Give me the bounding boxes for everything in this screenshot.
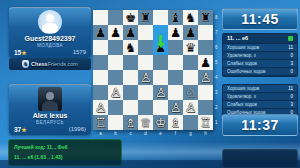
- clock-bottom: 11:37: [222, 114, 298, 136]
- player-rating-top: 1579: [73, 49, 86, 55]
- square-e1[interactable]: ♔: [153, 115, 168, 130]
- piece-bq-g6[interactable]: ♛: [185, 40, 196, 55]
- piece-bp-f7[interactable]: ♟: [170, 25, 181, 40]
- piece-bk-c8[interactable]: ♚: [125, 10, 136, 25]
- stat-value: 11: [288, 45, 293, 50]
- square-d8[interactable]: ♜: [138, 10, 153, 25]
- piece-wp-g2[interactable]: ♙: [185, 100, 196, 115]
- square-g5[interactable]: [183, 55, 198, 70]
- piece-bp-g7[interactable]: ♟: [185, 25, 196, 40]
- stat-row: Хороших ходов11: [223, 44, 297, 52]
- clock-top: 11:45: [222, 8, 298, 30]
- rank-label-5: 5: [215, 55, 221, 70]
- stat-row: Хороших ходов11: [223, 85, 297, 93]
- stat-label: Ошибочных ходов: [227, 69, 265, 74]
- move-stats-panel-top: 11. ... e6 Хороших ходов11Удовлетвор. х0…: [222, 33, 298, 77]
- best-move-line: Лучший ход: 11... Фе6: [14, 144, 67, 150]
- square-e6[interactable]: ♟: [153, 40, 168, 55]
- file-label-g: g: [183, 130, 198, 137]
- rank-labels: 87654321: [215, 10, 221, 130]
- square-e4[interactable]: [153, 70, 168, 85]
- square-a1[interactable]: ♖: [93, 115, 108, 130]
- square-c5[interactable]: [123, 55, 138, 70]
- stat-label: Хороших ходов: [227, 86, 259, 91]
- shield-knight-icon: ♞: [22, 60, 29, 68]
- stat-value: 3: [290, 61, 293, 66]
- square-a8[interactable]: [93, 10, 108, 25]
- player-rating-bottom: (1996): [69, 126, 86, 132]
- square-g1[interactable]: [183, 115, 198, 130]
- piece-bb-f8[interactable]: ♝: [170, 10, 181, 25]
- square-a5[interactable]: [93, 55, 108, 70]
- stat-row: Удовлетвор. х0: [223, 52, 297, 60]
- square-c8[interactable]: ♚: [123, 10, 138, 25]
- piece-bp-b7[interactable]: ♟: [110, 25, 121, 40]
- avatar-bottom[interactable]: [38, 87, 62, 111]
- piece-wn-g3[interactable]: ♘: [185, 85, 196, 100]
- square-a7[interactable]: ♟: [93, 25, 108, 40]
- move-quality-indicator-icon: [288, 36, 293, 41]
- stat-label: Удовлетвор. х: [227, 94, 256, 99]
- stat-row: Ошибочных ходов0: [223, 68, 297, 76]
- piece-br-d8[interactable]: ♜: [140, 10, 151, 25]
- square-h4[interactable]: ♙: [198, 70, 213, 85]
- square-g6[interactable]: ♛: [183, 40, 198, 55]
- move-stats-panel-bottom: Хороших ходов11Удовлетвор. х0Слабых ходо…: [222, 84, 298, 118]
- game-screen: Guest28492397 МОЛДОВА 15★ 1579 ♞ ChessFr…: [0, 0, 300, 168]
- chess-board: ♚♜♝♞♜♟♟♟♟♟♞♟♛♟♙♙♙♙♘♙♙♙♖♗♕♔♗♖: [93, 10, 213, 130]
- rank-label-8: 8: [215, 10, 221, 25]
- stat-value: 0: [290, 69, 293, 74]
- piece-wp-f2[interactable]: ♙: [170, 100, 181, 115]
- square-c1[interactable]: ♗: [123, 115, 138, 130]
- piece-wr-a1[interactable]: ♖: [95, 115, 106, 130]
- square-b6[interactable]: [108, 40, 123, 55]
- square-b2[interactable]: [108, 100, 123, 115]
- star-icon: ★: [21, 50, 26, 56]
- player-stats-top: 15★ 1579: [14, 49, 86, 57]
- rank-label-2: 2: [215, 100, 221, 115]
- square-d4[interactable]: ♙: [138, 70, 153, 85]
- square-g4[interactable]: [183, 70, 198, 85]
- square-h3[interactable]: [198, 85, 213, 100]
- chat-panel[interactable]: [222, 149, 298, 168]
- player-name-top: Guest28492397: [9, 35, 91, 42]
- stat-row: Слабых ходов3: [223, 60, 297, 68]
- piece-wb-c1[interactable]: ♗: [125, 115, 136, 130]
- file-label-b: b: [108, 130, 123, 137]
- square-a6[interactable]: [93, 40, 108, 55]
- stat-label: Слабых ходов: [227, 61, 257, 66]
- piece-wp-d4[interactable]: ♙: [140, 70, 151, 85]
- file-label-f: f: [168, 130, 183, 137]
- square-f5[interactable]: [168, 55, 183, 70]
- site-logo[interactable]: ♞ ChessFriends.com: [9, 58, 91, 70]
- stat-value: 3: [290, 102, 293, 107]
- piece-bn-g8[interactable]: ♞: [185, 10, 196, 25]
- square-h2[interactable]: [198, 100, 213, 115]
- square-b7[interactable]: ♟: [108, 25, 123, 40]
- square-d3[interactable]: [138, 85, 153, 100]
- square-c6[interactable]: ♞: [123, 40, 138, 55]
- player-card-top: Guest28492397 МОЛДОВА 15★ 1579: [9, 7, 91, 58]
- move-arrow-head-icon: [157, 43, 165, 48]
- square-c2[interactable]: [123, 100, 138, 115]
- square-e2[interactable]: [153, 100, 168, 115]
- square-f1[interactable]: ♗: [168, 115, 183, 130]
- square-f3[interactable]: [168, 85, 183, 100]
- square-a4[interactable]: [93, 70, 108, 85]
- file-label-c: c: [123, 130, 138, 137]
- stat-label: Слабых ходов: [227, 102, 257, 107]
- square-g3[interactable]: ♘: [183, 85, 198, 100]
- stat-label: Удовлетвор. х: [227, 53, 256, 58]
- star-icon: ★: [21, 127, 26, 133]
- avatar-top[interactable]: [38, 10, 62, 34]
- square-d2[interactable]: [138, 100, 153, 115]
- square-c3[interactable]: [123, 85, 138, 100]
- site-logo-text: ChessFriends.com: [31, 61, 78, 67]
- file-label-d: d: [138, 130, 153, 137]
- square-d6[interactable]: [138, 40, 153, 55]
- square-b1[interactable]: [108, 115, 123, 130]
- square-h1[interactable]: ♖: [198, 115, 213, 130]
- square-g8[interactable]: ♞: [183, 10, 198, 25]
- piece-wp-h4[interactable]: ♙: [200, 70, 211, 85]
- player-card-bottom: Alex lexus БЕЛАРУСЬ 37★ (1996): [9, 84, 91, 135]
- file-label-a: a: [93, 130, 108, 137]
- piece-wr-h1[interactable]: ♖: [200, 115, 211, 130]
- file-labels: abcdefgh: [93, 130, 213, 137]
- square-f2[interactable]: ♙: [168, 100, 183, 115]
- rank-label-6: 6: [215, 40, 221, 55]
- square-d7[interactable]: [138, 25, 153, 40]
- piece-bp-a7[interactable]: ♟: [95, 25, 106, 40]
- piece-bp-h5[interactable]: ♟: [200, 55, 211, 70]
- played-move-line: 11. ... е6 (1.63→1.43): [14, 154, 62, 160]
- square-e3[interactable]: ♙: [153, 85, 168, 100]
- square-h7[interactable]: [198, 25, 213, 40]
- stat-value: 0: [290, 53, 293, 58]
- square-h8[interactable]: ♜: [198, 10, 213, 25]
- square-d5[interactable]: [138, 55, 153, 70]
- file-label-h: h: [198, 130, 213, 137]
- piece-br-h8[interactable]: ♜: [200, 10, 211, 25]
- piece-wp-e3[interactable]: ♙: [155, 85, 166, 100]
- piece-wp-b3[interactable]: ♙: [110, 85, 121, 100]
- player-stats-bottom: 37★ (1996): [14, 126, 86, 134]
- piece-bn-c6[interactable]: ♞: [125, 40, 136, 55]
- piece-wk-e1[interactable]: ♔: [155, 115, 166, 130]
- square-b3[interactable]: ♙: [108, 85, 123, 100]
- star-count-bottom: 37★: [14, 126, 27, 133]
- player-name-bottom: Alex lexus: [9, 112, 91, 119]
- square-g2[interactable]: ♙: [183, 100, 198, 115]
- square-f8[interactable]: ♝: [168, 10, 183, 25]
- rank-label-1: 1: [215, 115, 221, 130]
- engine-eval-box: Лучший ход: 11... Фе6 11. ... е6 (1.63→1…: [8, 139, 122, 166]
- square-c4[interactable]: [123, 70, 138, 85]
- move-arrow-icon: [159, 35, 162, 43]
- rank-label-7: 7: [215, 25, 221, 40]
- file-label-e: e: [153, 130, 168, 137]
- square-d1[interactable]: ♕: [138, 115, 153, 130]
- square-f6[interactable]: [168, 40, 183, 55]
- last-move-header: 11. ... e6: [223, 34, 297, 44]
- square-h5[interactable]: ♟: [198, 55, 213, 70]
- stat-row: Слабых ходов3: [223, 101, 297, 109]
- rank-label-4: 4: [215, 70, 221, 85]
- square-c7[interactable]: ♟: [123, 25, 138, 40]
- piece-wq-d1[interactable]: ♕: [140, 115, 151, 130]
- square-b4[interactable]: [108, 70, 123, 85]
- stat-value: 11: [288, 86, 293, 91]
- square-e5[interactable]: [153, 55, 168, 70]
- square-a3[interactable]: [93, 85, 108, 100]
- square-g7[interactable]: ♟: [183, 25, 198, 40]
- square-f4[interactable]: [168, 70, 183, 85]
- square-b8[interactable]: [108, 10, 123, 25]
- square-e8[interactable]: [153, 10, 168, 25]
- stat-row: Удовлетвор. х0: [223, 93, 297, 101]
- rank-label-3: 3: [215, 85, 221, 100]
- piece-wb-f1[interactable]: ♗: [170, 115, 181, 130]
- square-h6[interactable]: [198, 40, 213, 55]
- last-move-text: 11. ... e6: [227, 35, 248, 41]
- stat-value: 0: [290, 94, 293, 99]
- piece-bp-c7[interactable]: ♟: [125, 25, 136, 40]
- stat-label: Хороших ходов: [227, 45, 259, 50]
- star-count-top: 15★: [14, 49, 27, 56]
- square-a2[interactable]: ♙: [93, 100, 108, 115]
- piece-wp-a2[interactable]: ♙: [95, 100, 106, 115]
- player-country-bottom: БЕЛАРУСЬ: [9, 120, 91, 125]
- player-country-top: МОЛДОВА: [9, 43, 91, 48]
- square-f7[interactable]: ♟: [168, 25, 183, 40]
- square-b5[interactable]: [108, 55, 123, 70]
